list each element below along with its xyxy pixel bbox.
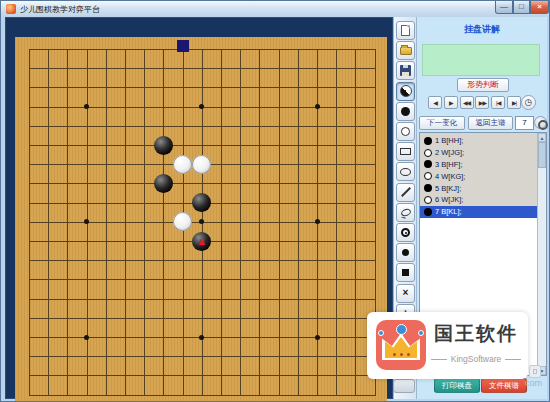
ellipse-tool-button[interactable] [396,162,415,181]
white-stone-icon [424,149,432,157]
alternate-stone-icon [400,85,412,97]
maximize-button[interactable]: □ [513,1,530,14]
close-button[interactable]: × [530,1,549,14]
to-start-button[interactable]: |◀ [491,96,505,109]
x-mark-tool-button[interactable]: × [396,284,415,303]
bullseye-icon [401,228,410,237]
watermark-title: 国王软件 [428,321,524,347]
band-dot [400,353,403,356]
move-label: 7 B[KL]; [435,207,462,216]
next-variation-button[interactable]: 下一变化 [419,116,465,130]
bullseye-tool-button[interactable] [396,223,415,242]
white-stone-KG [192,155,211,174]
star-point [315,219,320,224]
crown-dot-left [378,330,384,336]
commentary-textarea[interactable] [422,44,540,76]
black-stone-tool-button[interactable] [396,102,415,121]
move-row-4[interactable]: 4 W[KG]; [420,170,537,182]
ellipse-icon [400,168,411,176]
move-row-6[interactable]: 6 W[JK]; [420,194,537,206]
black-stone-icon [401,107,410,116]
move-number-field[interactable]: 7 [515,116,534,130]
watermark-site-icon [529,365,541,378]
board-frame: ▲ [5,17,393,399]
white-stone-icon [424,172,432,180]
move-list-scrollbar[interactable]: ▲ ▼ [537,133,546,375]
open-folder-tool-button[interactable] [396,41,415,60]
black-square-icon [402,269,409,276]
to-end-button[interactable]: ▶| [507,96,521,109]
crown-logo-icon [376,320,426,370]
app-icon [6,4,16,14]
position-judge-button[interactable]: 形势判断 [457,78,509,92]
crown-dot-right [418,330,424,336]
move-label: 1 B[HH]; [435,136,463,145]
minimize-button[interactable]: — [495,1,513,14]
black-stone-icon [424,208,432,216]
move-row-1[interactable]: 1 B[HH]; [420,135,537,147]
move-row-2[interactable]: 2 W[JG]; [420,147,537,159]
panel-title: 挂盘讲解 [417,23,547,36]
toolbar-bottom-button[interactable] [393,379,415,393]
save-icon [400,65,411,76]
dash-right [505,359,521,360]
move-label: 6 W[JK]; [435,195,463,204]
last-move-triangle-marker: ▲ [192,232,211,251]
move-label: 4 W[KG]; [435,172,465,181]
line-icon [401,187,411,197]
lasso-icon [400,207,412,217]
white-stone-JG [173,155,192,174]
band-dot [393,353,396,356]
star-point [199,335,204,340]
open-folder-icon [400,47,412,55]
move-label: 5 B[KJ]; [435,184,461,193]
move-label: 3 B[HF]; [435,160,463,169]
step-back-button[interactable]: ◀ [428,96,442,109]
go-board[interactable]: ▲ [15,37,387,402]
line-tool-button[interactable] [396,183,415,202]
clock-button[interactable]: ◷ [521,95,536,110]
app-window: 少儿围棋教学对弈平台 — □ × ▲ ×+▲A 挂盘讲解 形势判断 ◷ 下一变化… [0,0,550,402]
rectangle-tool-button[interactable] [396,142,415,161]
white-stone-icon [401,127,410,136]
band-dot [407,353,410,356]
file-record-button[interactable]: 文件棋谱 [481,378,527,393]
black-stone-HF [154,136,173,155]
watermark: 国王软件 KingSoftware [367,312,528,379]
scroll-up-icon[interactable]: ▲ [538,133,546,142]
lasso-tool-button[interactable] [396,203,415,222]
watermark-subtitle: KingSoftware [451,354,502,364]
window-title: 少儿围棋教学对弈平台 [20,4,100,15]
move-row-7[interactable]: 7 B[KL]; [420,206,537,218]
white-stone-icon [424,196,432,204]
star-point [84,335,89,340]
fast-forward-button[interactable]: ▶▶ [475,96,489,109]
black-square-tool-button[interactable] [396,263,415,282]
alternate-stone-tool-button[interactable] [396,82,415,101]
crown-dot-big [396,324,407,335]
small-black-stone-icon [402,249,409,256]
move-row-5[interactable]: 5 B[KJ]; [420,182,537,194]
save-tool-button[interactable] [396,61,415,80]
white-stone-tool-button[interactable] [396,122,415,141]
star-point [315,104,320,109]
small-black-stone-tool-button[interactable] [396,243,415,262]
dash-left [431,359,447,360]
black-stone-icon [424,184,432,192]
square-marker [177,40,189,52]
star-point [315,335,320,340]
rectangle-icon [400,148,411,155]
scroll-thumb[interactable] [538,142,546,168]
move-label: 2 W[JG]; [435,148,464,157]
move-row-3[interactable]: 3 B[HF]; [420,159,537,171]
black-stone-icon [424,137,432,145]
black-stone-icon [424,160,432,168]
go-round-button[interactable] [534,116,547,129]
black-stone-HH [154,174,173,193]
black-stone-KL: ▲ [192,232,211,251]
watermark-site-suffix: com [525,378,542,388]
new-file-tool-button[interactable] [396,21,415,40]
step-forward-button[interactable]: ▶ [444,96,458,109]
fast-back-button[interactable]: ◀◀ [460,96,474,109]
return-mainline-button[interactable]: 返回主谱 [468,116,513,130]
print-board-button[interactable]: 打印棋盘 [434,378,480,393]
title-bar: 少儿围棋教学对弈平台 [1,1,549,17]
watermark-subtitle-row: KingSoftware [428,354,524,364]
new-file-icon [401,25,410,36]
x-mark-icon: × [403,288,409,298]
